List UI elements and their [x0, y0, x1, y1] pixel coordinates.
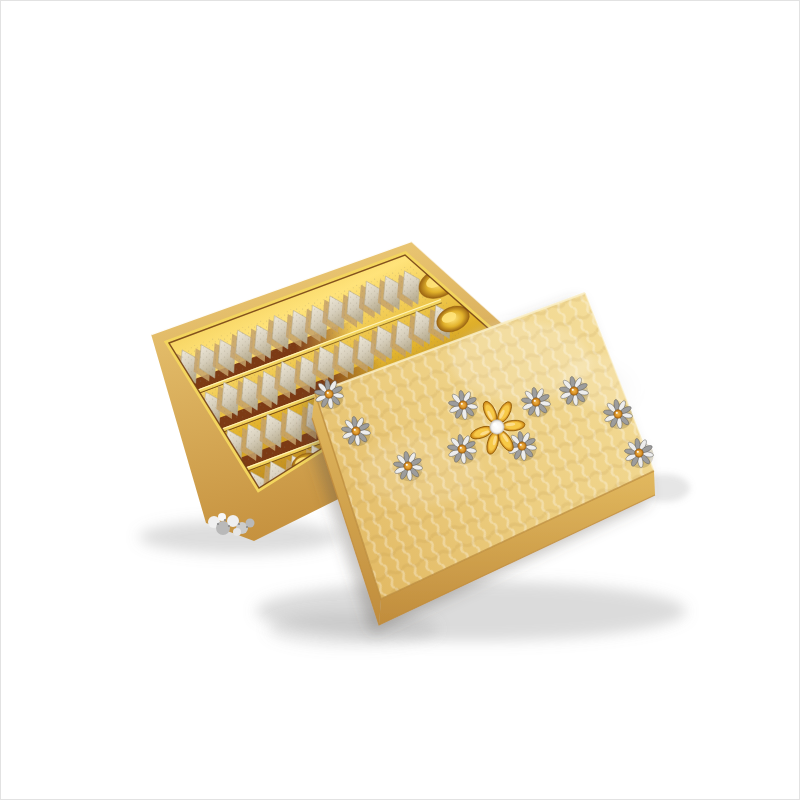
- scene-svg: [1, 1, 799, 799]
- product-image: [0, 0, 800, 800]
- pearl-icon: [490, 420, 504, 434]
